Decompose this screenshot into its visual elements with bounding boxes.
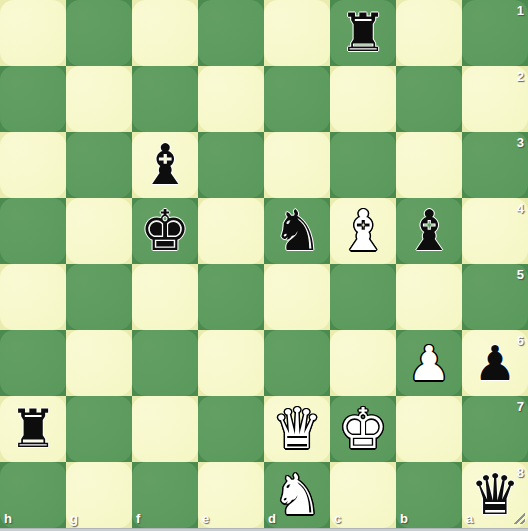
square-b2[interactable]: [396, 66, 462, 132]
rank-label-8: 8: [517, 465, 524, 480]
file-label-b: b: [400, 511, 408, 526]
file-label-a: a: [466, 511, 473, 526]
piece-white-queen[interactable]: ♛: [264, 396, 330, 462]
square-e8[interactable]: e: [198, 462, 264, 528]
square-g2[interactable]: [66, 66, 132, 132]
square-d1[interactable]: [264, 0, 330, 66]
square-e4[interactable]: [198, 198, 264, 264]
square-f6[interactable]: [132, 330, 198, 396]
square-d8[interactable]: ♞d: [264, 462, 330, 528]
square-h1[interactable]: [0, 0, 66, 66]
piece-black-rook[interactable]: ♜: [0, 396, 66, 462]
square-f1[interactable]: [132, 0, 198, 66]
square-d7[interactable]: ♛: [264, 396, 330, 462]
file-label-f: f: [136, 511, 140, 526]
file-label-e: e: [202, 511, 209, 526]
square-c1[interactable]: ♜: [330, 0, 396, 66]
square-h3[interactable]: [0, 132, 66, 198]
piece-black-knight[interactable]: ♞: [264, 198, 330, 264]
square-d2[interactable]: [264, 66, 330, 132]
piece-white-king[interactable]: ♚: [330, 396, 396, 462]
square-f5[interactable]: [132, 264, 198, 330]
square-g5[interactable]: [66, 264, 132, 330]
square-c8[interactable]: c: [330, 462, 396, 528]
square-e1[interactable]: [198, 0, 264, 66]
square-h2[interactable]: [0, 66, 66, 132]
square-h5[interactable]: [0, 264, 66, 330]
file-label-h: h: [4, 511, 12, 526]
square-e5[interactable]: [198, 264, 264, 330]
square-e2[interactable]: [198, 66, 264, 132]
square-a6[interactable]: ♟6: [462, 330, 528, 396]
square-d5[interactable]: [264, 264, 330, 330]
square-c6[interactable]: [330, 330, 396, 396]
square-c2[interactable]: [330, 66, 396, 132]
square-f3[interactable]: ♝: [132, 132, 198, 198]
square-f2[interactable]: [132, 66, 198, 132]
chess-board-widget: ♜12♝3♚♞♝♝45♟♟6♜♛♚7hgfe♞dcb♛8a: [0, 0, 528, 531]
piece-black-king[interactable]: ♚: [132, 198, 198, 264]
rank-label-1: 1: [517, 3, 524, 18]
piece-black-bishop[interactable]: ♝: [396, 198, 462, 264]
square-h4[interactable]: [0, 198, 66, 264]
square-f7[interactable]: [132, 396, 198, 462]
square-f8[interactable]: f: [132, 462, 198, 528]
square-b5[interactable]: [396, 264, 462, 330]
rank-label-5: 5: [517, 267, 524, 282]
square-c5[interactable]: [330, 264, 396, 330]
square-e6[interactable]: [198, 330, 264, 396]
square-g7[interactable]: [66, 396, 132, 462]
square-c3[interactable]: [330, 132, 396, 198]
piece-white-pawn[interactable]: ♟: [396, 330, 462, 396]
square-g6[interactable]: [66, 330, 132, 396]
square-e7[interactable]: [198, 396, 264, 462]
square-b4[interactable]: ♝: [396, 198, 462, 264]
square-g1[interactable]: [66, 0, 132, 66]
piece-black-bishop[interactable]: ♝: [132, 132, 198, 198]
square-h8[interactable]: h: [0, 462, 66, 528]
square-a1[interactable]: 1: [462, 0, 528, 66]
rank-label-4: 4: [517, 201, 524, 216]
square-h6[interactable]: [0, 330, 66, 396]
rank-label-2: 2: [517, 69, 524, 84]
rank-label-6: 6: [517, 333, 524, 348]
square-a4[interactable]: 4: [462, 198, 528, 264]
file-label-d: d: [268, 511, 276, 526]
rank-label-3: 3: [517, 135, 524, 150]
square-c4[interactable]: ♝: [330, 198, 396, 264]
square-a2[interactable]: 2: [462, 66, 528, 132]
square-b7[interactable]: [396, 396, 462, 462]
rank-label-7: 7: [517, 399, 524, 414]
square-c7[interactable]: ♚: [330, 396, 396, 462]
square-e3[interactable]: [198, 132, 264, 198]
file-label-g: g: [70, 511, 78, 526]
file-label-c: c: [334, 511, 341, 526]
square-b3[interactable]: [396, 132, 462, 198]
chess-board: ♜12♝3♚♞♝♝45♟♟6♜♛♚7hgfe♞dcb♛8a: [0, 0, 528, 528]
square-h7[interactable]: ♜: [0, 396, 66, 462]
square-a3[interactable]: 3: [462, 132, 528, 198]
square-g4[interactable]: [66, 198, 132, 264]
square-g8[interactable]: g: [66, 462, 132, 528]
piece-black-rook[interactable]: ♜: [330, 0, 396, 66]
square-b6[interactable]: ♟: [396, 330, 462, 396]
square-g3[interactable]: [66, 132, 132, 198]
square-a7[interactable]: 7: [462, 396, 528, 462]
piece-white-bishop[interactable]: ♝: [330, 198, 396, 264]
square-d4[interactable]: ♞: [264, 198, 330, 264]
square-b8[interactable]: b: [396, 462, 462, 528]
square-d3[interactable]: [264, 132, 330, 198]
square-f4[interactable]: ♚: [132, 198, 198, 264]
square-b1[interactable]: [396, 0, 462, 66]
square-a5[interactable]: 5: [462, 264, 528, 330]
square-d6[interactable]: [264, 330, 330, 396]
